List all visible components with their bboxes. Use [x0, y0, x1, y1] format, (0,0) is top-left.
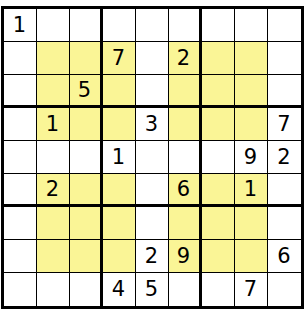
cell-r3c1[interactable]	[4, 75, 37, 108]
cell-r9c2[interactable]	[37, 273, 70, 306]
sudoku-board: 1725137192261296457	[1, 6, 304, 309]
cell-r4c3[interactable]	[70, 108, 103, 141]
cell-r3c3[interactable]: 5	[70, 75, 103, 108]
cell-r2c2[interactable]	[37, 42, 70, 75]
cell-r6c1[interactable]	[4, 174, 37, 207]
cell-r4c8[interactable]	[235, 108, 268, 141]
cell-r8c3[interactable]	[70, 240, 103, 273]
cell-r6c2[interactable]: 2	[37, 174, 70, 207]
cell-r1c7[interactable]	[202, 9, 235, 42]
cell-r2c6[interactable]: 2	[169, 42, 202, 75]
cell-r9c4[interactable]: 4	[103, 273, 136, 306]
cell-r8c9[interactable]: 6	[268, 240, 301, 273]
cell-r8c7[interactable]	[202, 240, 235, 273]
cell-r1c8[interactable]	[235, 9, 268, 42]
cell-r4c2[interactable]: 1	[37, 108, 70, 141]
cell-r7c6[interactable]	[169, 207, 202, 240]
cell-r5c2[interactable]	[37, 141, 70, 174]
cell-r2c1[interactable]	[4, 42, 37, 75]
cell-r4c7[interactable]	[202, 108, 235, 141]
cell-r5c5[interactable]	[136, 141, 169, 174]
cell-r8c6[interactable]: 9	[169, 240, 202, 273]
cell-r2c9[interactable]	[268, 42, 301, 75]
cell-r9c1[interactable]	[4, 273, 37, 306]
cell-r1c6[interactable]	[169, 9, 202, 42]
cell-r8c4[interactable]	[103, 240, 136, 273]
cell-r5c3[interactable]	[70, 141, 103, 174]
cell-r3c2[interactable]	[37, 75, 70, 108]
cell-r9c9[interactable]	[268, 273, 301, 306]
cell-r3c9[interactable]	[268, 75, 301, 108]
cell-r4c6[interactable]	[169, 108, 202, 141]
cell-r2c8[interactable]	[235, 42, 268, 75]
cell-r4c1[interactable]	[4, 108, 37, 141]
cell-r3c5[interactable]	[136, 75, 169, 108]
cell-r6c9[interactable]	[268, 174, 301, 207]
cell-r7c3[interactable]	[70, 207, 103, 240]
cell-r3c7[interactable]	[202, 75, 235, 108]
cell-r7c9[interactable]	[268, 207, 301, 240]
cell-r7c4[interactable]	[103, 207, 136, 240]
cell-r8c5[interactable]: 2	[136, 240, 169, 273]
cell-r5c7[interactable]	[202, 141, 235, 174]
cell-r9c3[interactable]	[70, 273, 103, 306]
cell-r7c2[interactable]	[37, 207, 70, 240]
cell-r3c6[interactable]	[169, 75, 202, 108]
cell-r1c5[interactable]	[136, 9, 169, 42]
cell-r9c5[interactable]: 5	[136, 273, 169, 306]
cell-r5c9[interactable]: 2	[268, 141, 301, 174]
cell-r9c8[interactable]: 7	[235, 273, 268, 306]
cell-r7c5[interactable]	[136, 207, 169, 240]
cell-r6c5[interactable]	[136, 174, 169, 207]
cell-r7c1[interactable]	[4, 207, 37, 240]
cell-r8c8[interactable]	[235, 240, 268, 273]
cell-r6c7[interactable]	[202, 174, 235, 207]
cell-r5c1[interactable]	[4, 141, 37, 174]
cell-r4c4[interactable]	[103, 108, 136, 141]
cell-r7c8[interactable]	[235, 207, 268, 240]
cell-r6c6[interactable]: 6	[169, 174, 202, 207]
cell-r7c7[interactable]	[202, 207, 235, 240]
cell-r9c7[interactable]	[202, 273, 235, 306]
cell-r5c6[interactable]	[169, 141, 202, 174]
cell-r8c2[interactable]	[37, 240, 70, 273]
cell-r5c8[interactable]: 9	[235, 141, 268, 174]
cell-r3c4[interactable]	[103, 75, 136, 108]
cell-r2c7[interactable]	[202, 42, 235, 75]
cell-r1c1[interactable]: 1	[4, 9, 37, 42]
sudoku-page: 1725137192261296457	[0, 6, 304, 320]
cell-r2c4[interactable]: 7	[103, 42, 136, 75]
cell-r9c6[interactable]	[169, 273, 202, 306]
cell-r4c5[interactable]: 3	[136, 108, 169, 141]
cell-r6c8[interactable]: 1	[235, 174, 268, 207]
cell-r5c4[interactable]: 1	[103, 141, 136, 174]
cell-r2c5[interactable]	[136, 42, 169, 75]
cell-r4c9[interactable]: 7	[268, 108, 301, 141]
cell-r8c1[interactable]	[4, 240, 37, 273]
cell-r6c4[interactable]	[103, 174, 136, 207]
cell-r6c3[interactable]	[70, 174, 103, 207]
cell-r3c8[interactable]	[235, 75, 268, 108]
cell-r1c9[interactable]	[268, 9, 301, 42]
cell-r1c3[interactable]	[70, 9, 103, 42]
cell-r1c4[interactable]	[103, 9, 136, 42]
cell-r2c3[interactable]	[70, 42, 103, 75]
cell-r1c2[interactable]	[37, 9, 70, 42]
